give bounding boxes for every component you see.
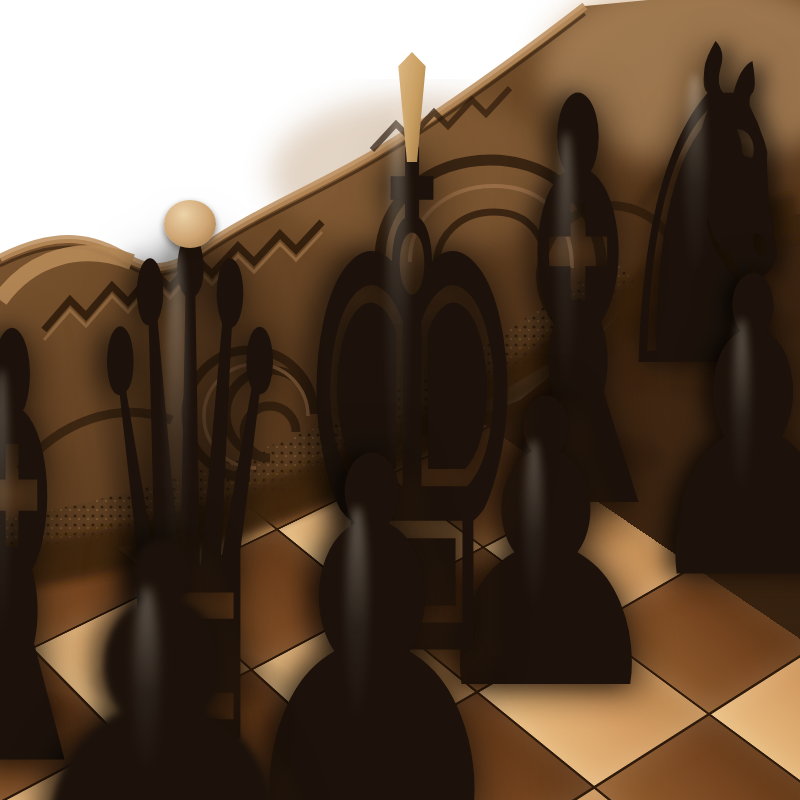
chess-set-photo: ♞♟♝♟♚♟♛♝♟ <box>0 0 800 800</box>
pawn-b3-glyph: ♟ <box>0 489 353 800</box>
piece-black-pawn-b3: ♟ <box>61 560 266 800</box>
pieces-layer: ♞♟♝♟♚♟♛♝♟ <box>0 0 800 800</box>
queen-ball-finial <box>164 200 216 248</box>
